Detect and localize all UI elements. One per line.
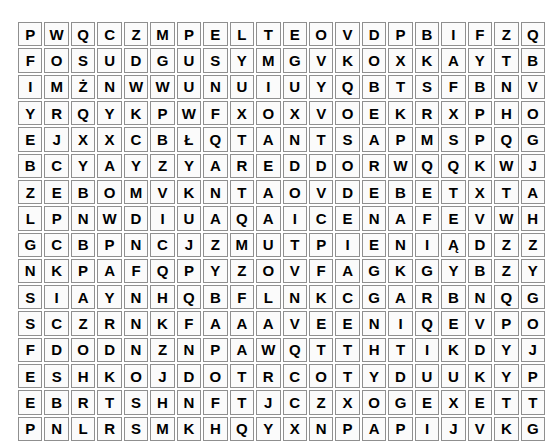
grid-cell[interactable]: I xyxy=(150,206,174,230)
grid-cell[interactable]: B xyxy=(521,48,545,72)
grid-cell[interactable]: K xyxy=(441,338,465,362)
grid-cell[interactable]: M xyxy=(150,417,174,441)
grid-cell[interactable]: N xyxy=(468,285,492,309)
grid-cell[interactable]: P xyxy=(150,101,174,125)
grid-cell[interactable]: V xyxy=(309,48,333,72)
grid-cell[interactable]: I xyxy=(44,285,68,309)
grid-cell[interactable]: G xyxy=(362,285,386,309)
grid-cell[interactable]: U xyxy=(441,364,465,388)
grid-cell[interactable]: O xyxy=(124,364,148,388)
grid-cell[interactable]: Z xyxy=(521,233,545,257)
grid-cell[interactable]: I xyxy=(441,22,465,46)
grid-cell[interactable]: X xyxy=(71,127,95,151)
grid-cell[interactable]: C xyxy=(124,127,148,151)
grid-cell[interactable]: B xyxy=(150,127,174,151)
grid-cell[interactable]: V xyxy=(309,180,333,204)
grid-cell[interactable]: Y xyxy=(362,364,386,388)
grid-cell[interactable]: D xyxy=(335,180,359,204)
grid-cell[interactable]: S xyxy=(441,127,465,151)
grid-cell[interactable]: V xyxy=(335,22,359,46)
grid-cell[interactable]: T xyxy=(388,75,412,99)
grid-cell[interactable]: E xyxy=(335,206,359,230)
grid-cell[interactable]: P xyxy=(468,101,492,125)
grid-cell[interactable]: O xyxy=(283,180,307,204)
grid-cell[interactable]: Q xyxy=(415,311,439,335)
grid-cell[interactable]: N xyxy=(203,180,227,204)
grid-cell[interactable]: E xyxy=(203,22,227,46)
grid-cell[interactable]: R xyxy=(415,285,439,309)
grid-cell[interactable]: N xyxy=(283,285,307,309)
grid-cell[interactable]: D xyxy=(362,22,386,46)
grid-cell[interactable]: Y xyxy=(494,338,518,362)
grid-cell[interactable]: A xyxy=(256,180,280,204)
grid-cell[interactable]: P xyxy=(177,259,201,283)
grid-cell[interactable]: H xyxy=(150,390,174,414)
grid-cell[interactable]: H xyxy=(494,101,518,125)
grid-cell[interactable]: Z xyxy=(494,259,518,283)
grid-cell[interactable]: Q xyxy=(335,75,359,99)
grid-cell[interactable]: B xyxy=(71,233,95,257)
grid-cell[interactable]: C xyxy=(44,154,68,178)
grid-cell[interactable]: U xyxy=(230,75,254,99)
grid-cell[interactable]: I xyxy=(415,233,439,257)
grid-cell[interactable]: F xyxy=(203,101,227,125)
grid-cell[interactable]: T xyxy=(309,127,333,151)
grid-cell[interactable]: E xyxy=(415,180,439,204)
grid-cell[interactable]: G xyxy=(521,285,545,309)
grid-cell[interactable]: G xyxy=(150,48,174,72)
grid-cell[interactable]: Q xyxy=(415,154,439,178)
grid-cell[interactable]: B xyxy=(203,285,227,309)
grid-cell[interactable]: M xyxy=(124,180,148,204)
grid-cell[interactable]: U xyxy=(177,206,201,230)
grid-cell[interactable]: N xyxy=(71,206,95,230)
grid-cell[interactable]: P xyxy=(203,338,227,362)
grid-cell[interactable]: A xyxy=(230,338,254,362)
grid-cell[interactable]: D xyxy=(124,206,148,230)
grid-cell[interactable]: N xyxy=(44,417,68,441)
grid-cell[interactable]: E xyxy=(441,311,465,335)
grid-cell[interactable]: X xyxy=(468,180,492,204)
grid-cell[interactable]: N xyxy=(203,75,227,99)
grid-cell[interactable]: E xyxy=(44,180,68,204)
grid-cell[interactable]: Z xyxy=(150,154,174,178)
grid-cell[interactable]: P xyxy=(71,259,95,283)
grid-cell[interactable]: P xyxy=(494,311,518,335)
grid-cell[interactable]: R xyxy=(97,311,121,335)
grid-cell[interactable]: H xyxy=(362,338,386,362)
grid-cell[interactable]: F xyxy=(415,206,439,230)
grid-cell[interactable]: Y xyxy=(124,154,148,178)
grid-cell[interactable]: P xyxy=(44,206,68,230)
grid-cell[interactable]: U xyxy=(177,75,201,99)
grid-cell[interactable]: Q xyxy=(521,22,545,46)
grid-cell[interactable]: O xyxy=(362,48,386,72)
grid-cell[interactable]: P xyxy=(309,233,333,257)
grid-cell[interactable]: Z xyxy=(230,259,254,283)
grid-cell[interactable]: S xyxy=(71,48,95,72)
grid-cell[interactable]: N xyxy=(362,206,386,230)
grid-cell[interactable]: K xyxy=(388,101,412,125)
grid-cell[interactable]: F xyxy=(177,311,201,335)
grid-cell[interactable]: Y xyxy=(230,48,254,72)
grid-cell[interactable]: R xyxy=(230,154,254,178)
grid-cell[interactable]: Q xyxy=(177,285,201,309)
grid-cell[interactable]: X xyxy=(441,101,465,125)
grid-cell[interactable]: Z xyxy=(71,311,95,335)
grid-cell[interactable]: N xyxy=(18,259,42,283)
grid-cell[interactable]: O xyxy=(309,364,333,388)
grid-cell[interactable]: F xyxy=(441,75,465,99)
grid-cell[interactable]: I xyxy=(283,206,307,230)
grid-cell[interactable]: Y xyxy=(177,154,201,178)
grid-cell[interactable]: Q xyxy=(230,206,254,230)
grid-cell[interactable]: P xyxy=(388,417,412,441)
grid-cell[interactable]: Z xyxy=(203,233,227,257)
grid-cell[interactable]: O xyxy=(521,101,545,125)
grid-cell[interactable]: G xyxy=(18,233,42,257)
grid-cell[interactable]: Q xyxy=(494,127,518,151)
grid-cell[interactable]: F xyxy=(309,259,333,283)
grid-cell[interactable]: Q xyxy=(71,22,95,46)
grid-cell[interactable]: X xyxy=(97,127,121,151)
grid-cell[interactable]: E xyxy=(18,127,42,151)
grid-cell[interactable]: A xyxy=(203,154,227,178)
grid-cell[interactable]: O xyxy=(97,180,121,204)
grid-cell[interactable]: A xyxy=(362,417,386,441)
grid-cell[interactable]: A xyxy=(335,259,359,283)
grid-cell[interactable]: T xyxy=(388,338,412,362)
grid-cell[interactable]: Z xyxy=(494,233,518,257)
grid-cell[interactable]: Q xyxy=(71,101,95,125)
grid-cell[interactable]: M xyxy=(230,233,254,257)
grid-cell[interactable]: Ą xyxy=(441,233,465,257)
grid-cell[interactable]: A xyxy=(362,127,386,151)
grid-cell[interactable]: G xyxy=(415,259,439,283)
grid-cell[interactable]: X xyxy=(335,390,359,414)
grid-cell[interactable]: M xyxy=(44,75,68,99)
grid-cell[interactable]: C xyxy=(283,390,307,414)
grid-cell[interactable]: A xyxy=(97,154,121,178)
grid-cell[interactable]: W xyxy=(150,75,174,99)
grid-cell[interactable]: K xyxy=(468,364,492,388)
grid-cell[interactable]: F xyxy=(230,285,254,309)
grid-cell[interactable]: Y xyxy=(468,48,492,72)
grid-cell[interactable]: C xyxy=(283,364,307,388)
grid-cell[interactable]: G xyxy=(388,390,412,414)
grid-cell[interactable]: I xyxy=(415,417,439,441)
grid-cell[interactable]: K xyxy=(150,311,174,335)
grid-cell[interactable]: B xyxy=(71,180,95,204)
grid-cell[interactable]: V xyxy=(309,101,333,125)
grid-cell[interactable]: T xyxy=(256,22,280,46)
grid-cell[interactable]: V xyxy=(468,206,492,230)
grid-cell[interactable]: J xyxy=(256,390,280,414)
grid-cell[interactable]: O xyxy=(71,338,95,362)
grid-cell[interactable]: T xyxy=(97,390,121,414)
grid-cell[interactable]: Z xyxy=(18,180,42,204)
grid-cell[interactable]: H xyxy=(203,417,227,441)
grid-cell[interactable]: L xyxy=(18,206,42,230)
grid-cell[interactable]: M xyxy=(150,22,174,46)
grid-cell[interactable]: A xyxy=(256,127,280,151)
grid-cell[interactable]: D xyxy=(468,233,492,257)
grid-cell[interactable]: V xyxy=(468,417,492,441)
grid-cell[interactable]: L xyxy=(71,417,95,441)
grid-cell[interactable]: O xyxy=(256,259,280,283)
grid-cell[interactable]: Z xyxy=(150,338,174,362)
grid-cell[interactable]: F xyxy=(468,22,492,46)
grid-cell[interactable]: P xyxy=(177,22,201,46)
grid-cell[interactable]: N xyxy=(388,233,412,257)
grid-cell[interactable]: U xyxy=(97,48,121,72)
grid-cell[interactable]: A xyxy=(97,259,121,283)
grid-cell[interactable]: C xyxy=(335,285,359,309)
grid-cell[interactable]: E xyxy=(468,390,492,414)
grid-cell[interactable]: D xyxy=(468,338,492,362)
grid-cell[interactable]: K xyxy=(415,48,439,72)
grid-cell[interactable]: Ł xyxy=(177,127,201,151)
grid-cell[interactable]: W xyxy=(97,206,121,230)
grid-cell[interactable]: Y xyxy=(97,285,121,309)
grid-cell[interactable]: D xyxy=(177,364,201,388)
grid-cell[interactable]: F xyxy=(18,338,42,362)
grid-cell[interactable]: R xyxy=(362,154,386,178)
grid-cell[interactable]: T xyxy=(230,390,254,414)
grid-cell[interactable]: E xyxy=(335,311,359,335)
grid-cell[interactable]: E xyxy=(415,390,439,414)
grid-cell[interactable]: Q xyxy=(230,417,254,441)
grid-cell[interactable]: I xyxy=(388,311,412,335)
grid-cell[interactable]: Y xyxy=(203,259,227,283)
grid-cell[interactable]: U xyxy=(283,75,307,99)
grid-cell[interactable]: W xyxy=(388,154,412,178)
grid-cell[interactable]: W xyxy=(494,206,518,230)
grid-cell[interactable]: T xyxy=(230,180,254,204)
grid-cell[interactable]: B xyxy=(468,75,492,99)
grid-cell[interactable]: J xyxy=(521,338,545,362)
grid-cell[interactable]: E xyxy=(283,22,307,46)
grid-cell[interactable]: Z xyxy=(309,390,333,414)
grid-cell[interactable]: B xyxy=(415,22,439,46)
grid-cell[interactable]: Y xyxy=(71,154,95,178)
grid-cell[interactable]: B xyxy=(388,180,412,204)
grid-cell[interactable]: K xyxy=(309,285,333,309)
grid-cell[interactable]: X xyxy=(283,101,307,125)
grid-cell[interactable]: W xyxy=(494,154,518,178)
grid-cell[interactable]: B xyxy=(362,75,386,99)
grid-cell[interactable]: A xyxy=(521,180,545,204)
grid-cell[interactable]: F xyxy=(203,390,227,414)
grid-cell[interactable]: N xyxy=(177,338,201,362)
grid-cell[interactable]: R xyxy=(44,101,68,125)
grid-cell[interactable]: A xyxy=(388,285,412,309)
grid-cell[interactable]: P xyxy=(97,233,121,257)
grid-cell[interactable]: K xyxy=(44,259,68,283)
grid-cell[interactable]: T xyxy=(230,127,254,151)
grid-cell[interactable]: G xyxy=(521,127,545,151)
grid-cell[interactable]: S xyxy=(335,127,359,151)
grid-cell[interactable]: O xyxy=(44,48,68,72)
grid-cell[interactable]: H xyxy=(150,285,174,309)
grid-cell[interactable]: N xyxy=(124,285,148,309)
grid-cell[interactable]: B xyxy=(44,390,68,414)
grid-cell[interactable]: T xyxy=(494,180,518,204)
grid-cell[interactable]: E xyxy=(441,206,465,230)
grid-cell[interactable]: V xyxy=(283,311,307,335)
grid-cell[interactable]: Y xyxy=(494,364,518,388)
grid-cell[interactable]: I xyxy=(256,75,280,99)
grid-cell[interactable]: E xyxy=(362,180,386,204)
grid-cell[interactable]: N xyxy=(309,417,333,441)
grid-cell[interactable]: T xyxy=(335,338,359,362)
grid-cell[interactable]: T xyxy=(441,180,465,204)
grid-cell[interactable]: X xyxy=(441,390,465,414)
grid-cell[interactable]: J xyxy=(521,154,545,178)
grid-cell[interactable]: A xyxy=(441,48,465,72)
grid-cell[interactable]: J xyxy=(177,233,201,257)
grid-cell[interactable]: C xyxy=(44,311,68,335)
grid-cell[interactable]: Q xyxy=(494,285,518,309)
grid-cell[interactable]: B xyxy=(468,259,492,283)
grid-cell[interactable]: N xyxy=(494,75,518,99)
grid-cell[interactable]: O xyxy=(335,101,359,125)
grid-cell[interactable]: X xyxy=(230,101,254,125)
grid-cell[interactable]: K xyxy=(177,417,201,441)
grid-cell[interactable]: C xyxy=(309,206,333,230)
grid-cell[interactable]: C xyxy=(150,233,174,257)
grid-cell[interactable]: J xyxy=(44,127,68,151)
grid-cell[interactable]: N xyxy=(362,311,386,335)
grid-cell[interactable]: N xyxy=(124,311,148,335)
grid-cell[interactable]: H xyxy=(71,364,95,388)
grid-cell[interactable]: A xyxy=(230,311,254,335)
grid-cell[interactable]: S xyxy=(44,364,68,388)
grid-cell[interactable]: C xyxy=(44,233,68,257)
grid-cell[interactable]: Y xyxy=(309,75,333,99)
grid-cell[interactable]: H xyxy=(521,206,545,230)
grid-cell[interactable]: K xyxy=(468,154,492,178)
grid-cell[interactable]: L xyxy=(256,285,280,309)
grid-cell[interactable]: V xyxy=(521,75,545,99)
grid-cell[interactable]: S xyxy=(124,417,148,441)
grid-cell[interactable]: R xyxy=(97,417,121,441)
grid-cell[interactable]: D xyxy=(124,48,148,72)
grid-cell[interactable]: U xyxy=(177,48,201,72)
grid-cell[interactable]: W xyxy=(256,338,280,362)
grid-cell[interactable]: I xyxy=(18,75,42,99)
grid-cell[interactable]: A xyxy=(203,206,227,230)
grid-cell[interactable]: O xyxy=(203,364,227,388)
grid-cell[interactable]: N xyxy=(124,338,148,362)
grid-cell[interactable]: Z xyxy=(494,22,518,46)
grid-cell[interactable]: B xyxy=(18,154,42,178)
grid-cell[interactable]: P xyxy=(18,417,42,441)
grid-cell[interactable]: T xyxy=(283,233,307,257)
grid-cell[interactable]: E xyxy=(256,154,280,178)
grid-cell[interactable]: V xyxy=(283,259,307,283)
grid-cell[interactable]: T xyxy=(494,48,518,72)
grid-cell[interactable]: K xyxy=(97,364,121,388)
grid-cell[interactable]: B xyxy=(441,285,465,309)
grid-cell[interactable]: Y xyxy=(521,259,545,283)
grid-cell[interactable]: T xyxy=(335,364,359,388)
grid-cell[interactable]: M xyxy=(256,48,280,72)
grid-cell[interactable]: S xyxy=(415,75,439,99)
grid-cell[interactable]: Y xyxy=(256,417,280,441)
grid-cell[interactable]: V xyxy=(150,180,174,204)
grid-cell[interactable]: Y xyxy=(18,101,42,125)
grid-cell[interactable]: F xyxy=(124,259,148,283)
grid-cell[interactable]: A xyxy=(256,206,280,230)
grid-cell[interactable]: K xyxy=(177,180,201,204)
grid-cell[interactable]: T xyxy=(521,390,545,414)
grid-cell[interactable]: K xyxy=(335,48,359,72)
grid-cell[interactable]: Y xyxy=(441,259,465,283)
grid-cell[interactable]: E xyxy=(18,364,42,388)
grid-cell[interactable]: Q xyxy=(203,127,227,151)
grid-cell[interactable]: S xyxy=(18,311,42,335)
grid-cell[interactable]: M xyxy=(415,127,439,151)
grid-cell[interactable]: W xyxy=(177,101,201,125)
grid-cell[interactable]: N xyxy=(97,75,121,99)
grid-cell[interactable]: P xyxy=(388,127,412,151)
grid-cell[interactable]: S xyxy=(203,48,227,72)
grid-cell[interactable]: R xyxy=(71,390,95,414)
grid-cell[interactable]: E xyxy=(18,390,42,414)
grid-cell[interactable]: A xyxy=(71,285,95,309)
grid-cell[interactable]: J xyxy=(150,364,174,388)
grid-cell[interactable]: T xyxy=(230,364,254,388)
grid-cell[interactable]: G xyxy=(362,259,386,283)
grid-cell[interactable]: I xyxy=(335,233,359,257)
grid-cell[interactable]: A xyxy=(388,206,412,230)
grid-cell[interactable]: Ż xyxy=(71,75,95,99)
grid-cell[interactable]: C xyxy=(97,22,121,46)
grid-cell[interactable]: N xyxy=(124,233,148,257)
grid-cell[interactable]: V xyxy=(468,311,492,335)
grid-cell[interactable]: D xyxy=(44,338,68,362)
grid-cell[interactable]: K xyxy=(124,101,148,125)
grid-cell[interactable]: D xyxy=(388,364,412,388)
grid-cell[interactable]: P xyxy=(18,22,42,46)
grid-cell[interactable]: O xyxy=(521,311,545,335)
grid-cell[interactable]: L xyxy=(230,22,254,46)
grid-cell[interactable]: Z xyxy=(124,22,148,46)
grid-cell[interactable]: N xyxy=(177,390,201,414)
grid-cell[interactable]: R xyxy=(415,101,439,125)
grid-cell[interactable]: E xyxy=(362,233,386,257)
grid-cell[interactable]: J xyxy=(441,417,465,441)
grid-cell[interactable]: Q xyxy=(441,154,465,178)
grid-cell[interactable]: O xyxy=(256,101,280,125)
grid-cell[interactable]: E xyxy=(309,311,333,335)
grid-cell[interactable]: N xyxy=(283,127,307,151)
grid-cell[interactable]: P xyxy=(521,364,545,388)
grid-cell[interactable]: P xyxy=(468,127,492,151)
grid-cell[interactable]: G xyxy=(521,417,545,441)
grid-cell[interactable]: T xyxy=(309,338,333,362)
grid-cell[interactable]: R xyxy=(256,364,280,388)
grid-cell[interactable]: D xyxy=(309,154,333,178)
grid-cell[interactable]: Y xyxy=(97,101,121,125)
grid-cell[interactable]: E xyxy=(362,101,386,125)
grid-cell[interactable]: O xyxy=(362,390,386,414)
grid-cell[interactable]: O xyxy=(335,154,359,178)
grid-cell[interactable]: I xyxy=(415,338,439,362)
grid-cell[interactable]: Q xyxy=(150,259,174,283)
grid-cell[interactable]: U xyxy=(256,233,280,257)
